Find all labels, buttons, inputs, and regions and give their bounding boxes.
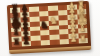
square-h5 bbox=[40, 40, 50, 45]
square-h2 bbox=[69, 39, 79, 44]
product-photo: ♜♟♟♜♞♟♟♞♝♟♟♝♛♟♞♟♛♚♟♞♟♚♝♟♟♝♟♟♜♟♟♜ bbox=[0, 0, 100, 56]
square-h4 bbox=[50, 40, 60, 45]
square-h8 bbox=[12, 42, 22, 47]
square-h3 bbox=[59, 39, 69, 44]
square-h1 bbox=[78, 38, 88, 43]
board-squares bbox=[10, 4, 88, 47]
square-h6 bbox=[31, 41, 41, 46]
chess-board: ♜♟♟♜♞♟♟♞♝♟♟♝♛♟♞♟♛♚♟♞♟♚♝♟♟♝♟♟♜♟♟♜ bbox=[7, 1, 91, 53]
board-frame: ♜♟♟♜♞♟♟♞♝♟♟♝♛♟♞♟♛♚♟♞♟♚♝♟♟♝♟♟♜♟♟♜ bbox=[7, 1, 91, 50]
square-h7 bbox=[21, 41, 31, 46]
